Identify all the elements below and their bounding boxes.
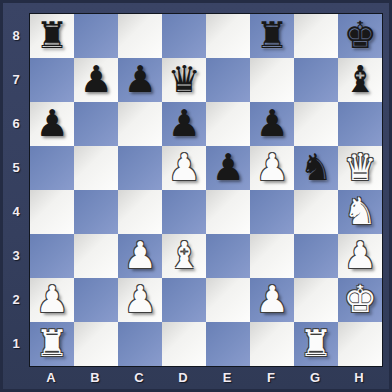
piece-white-rook[interactable]: ♜ [299, 325, 332, 362]
piece-white-pawn[interactable]: ♟ [123, 237, 156, 274]
chess-board[interactable]: ♜♜♚♟♟♛♝♟♟♟♟♟♟♞♛♞♟♝♟♟♟♟♚♜♜ [29, 13, 383, 367]
square-b1[interactable] [74, 322, 118, 366]
square-a8[interactable]: ♜ [30, 14, 74, 58]
square-a2[interactable]: ♟ [30, 278, 74, 322]
square-g2[interactable] [294, 278, 338, 322]
square-e4[interactable] [206, 190, 250, 234]
rank-label-1: 1 [3, 321, 29, 365]
square-d5[interactable]: ♟ [162, 146, 206, 190]
square-f3[interactable] [250, 234, 294, 278]
square-b5[interactable] [74, 146, 118, 190]
file-label-a: A [29, 366, 73, 389]
square-b4[interactable] [74, 190, 118, 234]
square-e7[interactable] [206, 58, 250, 102]
square-c8[interactable] [118, 14, 162, 58]
square-g6[interactable] [294, 102, 338, 146]
square-g4[interactable] [294, 190, 338, 234]
square-e8[interactable] [206, 14, 250, 58]
square-e3[interactable] [206, 234, 250, 278]
piece-black-rook[interactable]: ♜ [255, 17, 288, 54]
square-e1[interactable] [206, 322, 250, 366]
square-a7[interactable] [30, 58, 74, 102]
square-d7[interactable]: ♛ [162, 58, 206, 102]
rank-label-2: 2 [3, 277, 29, 321]
square-d6[interactable]: ♟ [162, 102, 206, 146]
square-f2[interactable]: ♟ [250, 278, 294, 322]
square-h4[interactable]: ♞ [338, 190, 382, 234]
square-f6[interactable]: ♟ [250, 102, 294, 146]
piece-black-bishop[interactable]: ♝ [343, 61, 376, 98]
square-h7[interactable]: ♝ [338, 58, 382, 102]
piece-black-pawn[interactable]: ♟ [79, 61, 112, 98]
file-label-f: F [249, 366, 293, 389]
square-a6[interactable]: ♟ [30, 102, 74, 146]
rank-label-8: 8 [3, 13, 29, 57]
square-b2[interactable] [74, 278, 118, 322]
file-label-b: B [73, 366, 117, 389]
piece-black-rook[interactable]: ♜ [35, 17, 68, 54]
rank-label-4: 4 [3, 189, 29, 233]
file-labels: ABCDEFGH [29, 366, 381, 389]
piece-white-pawn[interactable]: ♟ [255, 149, 288, 186]
square-d3[interactable]: ♝ [162, 234, 206, 278]
square-d8[interactable] [162, 14, 206, 58]
square-a3[interactable] [30, 234, 74, 278]
square-g8[interactable] [294, 14, 338, 58]
file-label-d: D [161, 366, 205, 389]
piece-black-pawn[interactable]: ♟ [255, 105, 288, 142]
piece-white-rook[interactable]: ♜ [35, 325, 68, 362]
square-b7[interactable]: ♟ [74, 58, 118, 102]
rank-label-3: 3 [3, 233, 29, 277]
square-a1[interactable]: ♜ [30, 322, 74, 366]
piece-white-queen[interactable]: ♛ [343, 149, 376, 186]
chess-board-frame: 87654321 ♜♜♚♟♟♛♝♟♟♟♟♟♟♞♛♞♟♝♟♟♟♟♚♜♜ ABCDE… [0, 0, 392, 392]
square-c2[interactable]: ♟ [118, 278, 162, 322]
file-label-h: H [337, 366, 381, 389]
square-f1[interactable] [250, 322, 294, 366]
square-f8[interactable]: ♜ [250, 14, 294, 58]
piece-white-pawn[interactable]: ♟ [255, 281, 288, 318]
square-g5[interactable]: ♞ [294, 146, 338, 190]
square-c4[interactable] [118, 190, 162, 234]
piece-black-pawn[interactable]: ♟ [35, 105, 68, 142]
square-h3[interactable]: ♟ [338, 234, 382, 278]
square-d2[interactable] [162, 278, 206, 322]
square-h8[interactable]: ♚ [338, 14, 382, 58]
square-b8[interactable] [74, 14, 118, 58]
piece-white-bishop[interactable]: ♝ [167, 237, 200, 274]
piece-white-pawn[interactable]: ♟ [343, 237, 376, 274]
piece-white-pawn[interactable]: ♟ [123, 281, 156, 318]
square-c7[interactable]: ♟ [118, 58, 162, 102]
square-h2[interactable]: ♚ [338, 278, 382, 322]
file-label-e: E [205, 366, 249, 389]
file-label-g: G [293, 366, 337, 389]
piece-white-knight[interactable]: ♞ [343, 193, 376, 230]
square-d4[interactable] [162, 190, 206, 234]
square-c6[interactable] [118, 102, 162, 146]
square-a5[interactable] [30, 146, 74, 190]
piece-black-pawn[interactable]: ♟ [211, 149, 244, 186]
square-e5[interactable]: ♟ [206, 146, 250, 190]
piece-black-knight[interactable]: ♞ [299, 149, 332, 186]
piece-black-pawn[interactable]: ♟ [167, 105, 200, 142]
square-f4[interactable] [250, 190, 294, 234]
square-h6[interactable] [338, 102, 382, 146]
rank-label-7: 7 [3, 57, 29, 101]
piece-black-queen[interactable]: ♛ [167, 61, 200, 98]
square-h1[interactable] [338, 322, 382, 366]
square-c1[interactable] [118, 322, 162, 366]
rank-label-6: 6 [3, 101, 29, 145]
square-e2[interactable] [206, 278, 250, 322]
rank-label-5: 5 [3, 145, 29, 189]
piece-white-pawn[interactable]: ♟ [167, 149, 200, 186]
file-label-c: C [117, 366, 161, 389]
square-d1[interactable] [162, 322, 206, 366]
square-g1[interactable]: ♜ [294, 322, 338, 366]
square-h5[interactable]: ♛ [338, 146, 382, 190]
square-c3[interactable]: ♟ [118, 234, 162, 278]
square-g7[interactable] [294, 58, 338, 102]
square-b6[interactable] [74, 102, 118, 146]
rank-labels: 87654321 [3, 13, 29, 365]
square-g3[interactable] [294, 234, 338, 278]
piece-white-pawn[interactable]: ♟ [35, 281, 68, 318]
piece-black-pawn[interactable]: ♟ [123, 61, 156, 98]
piece-white-king[interactable]: ♚ [343, 281, 376, 318]
square-c5[interactable] [118, 146, 162, 190]
square-e6[interactable] [206, 102, 250, 146]
piece-black-king[interactable]: ♚ [343, 17, 376, 54]
square-f7[interactable] [250, 58, 294, 102]
square-a4[interactable] [30, 190, 74, 234]
square-b3[interactable] [74, 234, 118, 278]
square-f5[interactable]: ♟ [250, 146, 294, 190]
